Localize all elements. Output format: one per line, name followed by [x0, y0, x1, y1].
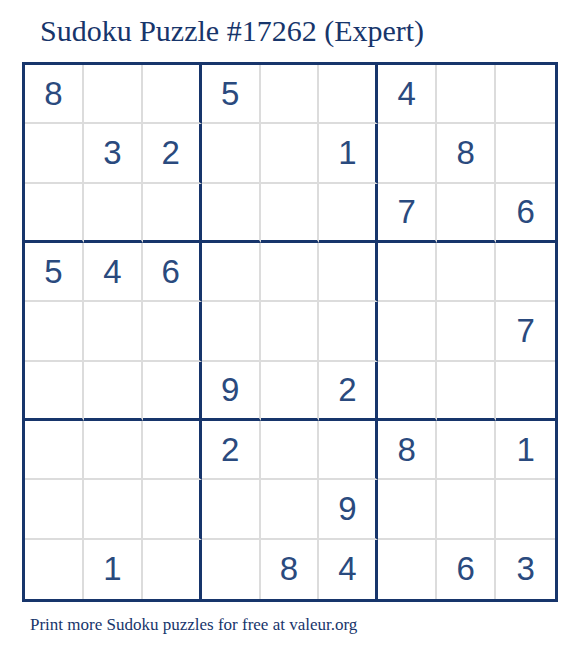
- cell-r3c7: 7: [378, 184, 437, 243]
- cell-r5c8: [437, 302, 496, 361]
- cell-r2c1: [25, 124, 84, 183]
- cell-r8c9: [496, 480, 555, 539]
- cell-r1c2: [84, 65, 143, 124]
- cell-r4c2: 4: [84, 243, 143, 302]
- footer-text: Print more Sudoku puzzles for free at va…: [30, 615, 357, 635]
- cell-r5c9: 7: [496, 302, 555, 361]
- cell-r6c3: [143, 362, 202, 421]
- cell-r5c5: [261, 302, 320, 361]
- cell-r5c6: [319, 302, 378, 361]
- cell-r1c6: [319, 65, 378, 124]
- cell-r9c1: [25, 540, 84, 599]
- cell-r8c4: [202, 480, 261, 539]
- cell-r9c6: 4: [319, 540, 378, 599]
- cell-r1c1: 8: [25, 65, 84, 124]
- cell-r4c3: 6: [143, 243, 202, 302]
- cell-r9c2: 1: [84, 540, 143, 599]
- cell-r4c1: 5: [25, 243, 84, 302]
- cell-r4c4: [202, 243, 261, 302]
- sudoku-grid: 854321876546792281918463: [25, 65, 555, 599]
- cell-r8c3: [143, 480, 202, 539]
- cell-r3c2: [84, 184, 143, 243]
- cell-r8c5: [261, 480, 320, 539]
- cell-r4c9: [496, 243, 555, 302]
- cell-r1c8: [437, 65, 496, 124]
- cell-r1c7: 4: [378, 65, 437, 124]
- cell-r9c3: [143, 540, 202, 599]
- cell-r1c9: [496, 65, 555, 124]
- page-title: Sudoku Puzzle #17262 (Expert): [40, 12, 424, 50]
- cell-r7c5: [261, 421, 320, 480]
- cell-r7c9: 1: [496, 421, 555, 480]
- cell-r8c6: 9: [319, 480, 378, 539]
- cell-r2c9: [496, 124, 555, 183]
- cell-r3c9: 6: [496, 184, 555, 243]
- cell-r9c5: 8: [261, 540, 320, 599]
- sudoku-board: 854321876546792281918463: [22, 62, 558, 602]
- cell-r2c2: 3: [84, 124, 143, 183]
- cell-r6c5: [261, 362, 320, 421]
- cell-r9c8: 6: [437, 540, 496, 599]
- cell-r6c9: [496, 362, 555, 421]
- cell-r3c3: [143, 184, 202, 243]
- cell-r4c6: [319, 243, 378, 302]
- cell-r4c7: [378, 243, 437, 302]
- cell-r6c6: 2: [319, 362, 378, 421]
- cell-r6c8: [437, 362, 496, 421]
- cell-r9c7: [378, 540, 437, 599]
- cell-r7c8: [437, 421, 496, 480]
- cell-r6c7: [378, 362, 437, 421]
- cell-r7c3: [143, 421, 202, 480]
- cell-r1c3: [143, 65, 202, 124]
- cell-r7c7: 8: [378, 421, 437, 480]
- cell-r5c7: [378, 302, 437, 361]
- cell-r2c4: [202, 124, 261, 183]
- cell-r3c6: [319, 184, 378, 243]
- cell-r6c1: [25, 362, 84, 421]
- cell-r8c2: [84, 480, 143, 539]
- cell-r8c7: [378, 480, 437, 539]
- cell-r6c4: 9: [202, 362, 261, 421]
- cell-r8c8: [437, 480, 496, 539]
- cell-r7c1: [25, 421, 84, 480]
- cell-r1c4: 5: [202, 65, 261, 124]
- cell-r3c4: [202, 184, 261, 243]
- cell-r9c9: 3: [496, 540, 555, 599]
- cell-r5c4: [202, 302, 261, 361]
- cell-r7c4: 2: [202, 421, 261, 480]
- cell-r9c4: [202, 540, 261, 599]
- cell-r8c1: [25, 480, 84, 539]
- cell-r3c5: [261, 184, 320, 243]
- cell-r5c2: [84, 302, 143, 361]
- cell-r7c2: [84, 421, 143, 480]
- cell-r4c5: [261, 243, 320, 302]
- cell-r1c5: [261, 65, 320, 124]
- cell-r6c2: [84, 362, 143, 421]
- cell-r5c1: [25, 302, 84, 361]
- cell-r2c8: 8: [437, 124, 496, 183]
- cell-r5c3: [143, 302, 202, 361]
- cell-r7c6: [319, 421, 378, 480]
- cell-r3c1: [25, 184, 84, 243]
- cell-r3c8: [437, 184, 496, 243]
- cell-r2c3: 2: [143, 124, 202, 183]
- cell-r4c8: [437, 243, 496, 302]
- cell-r2c7: [378, 124, 437, 183]
- cell-r2c6: 1: [319, 124, 378, 183]
- cell-r2c5: [261, 124, 320, 183]
